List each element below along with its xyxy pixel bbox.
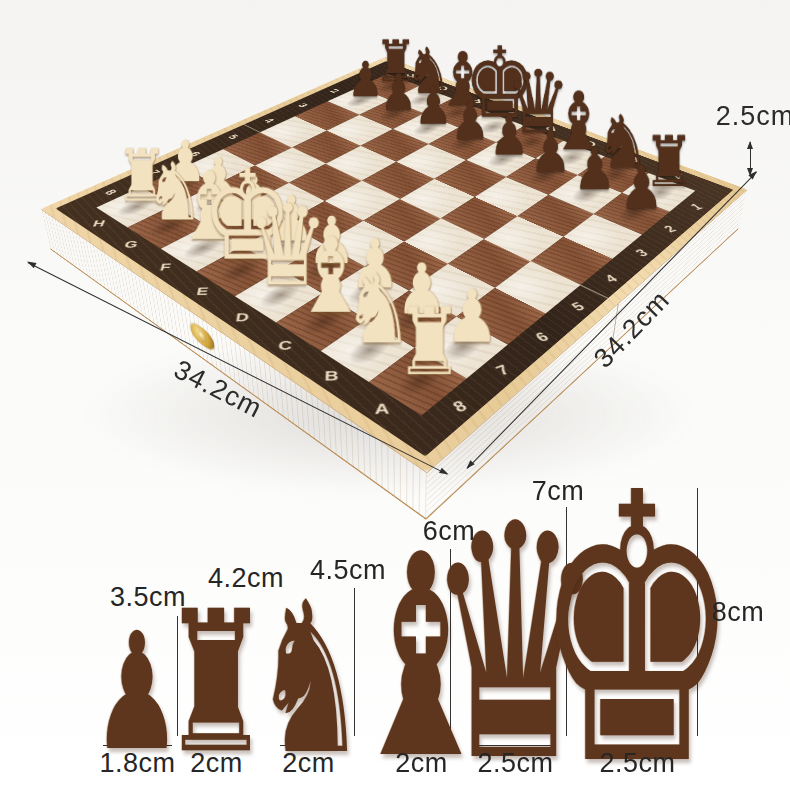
product-photo: ♜♟♟♜♞♟♟♞♝♟♟♝♚♟♟♚♛♟♟♛♝♟♟♝♞♟♟♞♜♟♟♜ HGFEDCB… [0,0,790,789]
file-label: A [363,383,402,435]
king-base-label: 2.5cm [599,748,675,779]
thickness-dimension-label: 2.5cm [670,101,790,132]
knight-height-label: 4.5cm [310,555,386,586]
brass-clasp [189,319,215,354]
arrowhead [747,168,753,176]
arrowhead [26,258,37,267]
knight-base-label: 2cm [282,748,335,779]
queen-base-label: 2.5cm [477,748,553,779]
rook-height-label: 4.2cm [208,563,284,594]
rook-base-label: 2cm [190,748,243,779]
pawn-base-label: 1.8cm [99,748,175,779]
pawn-height-label: 3.5cm [110,582,186,613]
rook-glyph: ♜ [342,299,515,387]
queen-height-label: 7cm [532,476,585,507]
thickness-dimension-line [750,142,751,175]
bishop-height-label: 6cm [423,516,476,547]
bishop-base-label: 2cm [395,748,448,779]
pawn-glyph: ♟ [574,160,709,217]
arrowhead [747,141,753,149]
king-height-label: 8cm [712,597,765,628]
